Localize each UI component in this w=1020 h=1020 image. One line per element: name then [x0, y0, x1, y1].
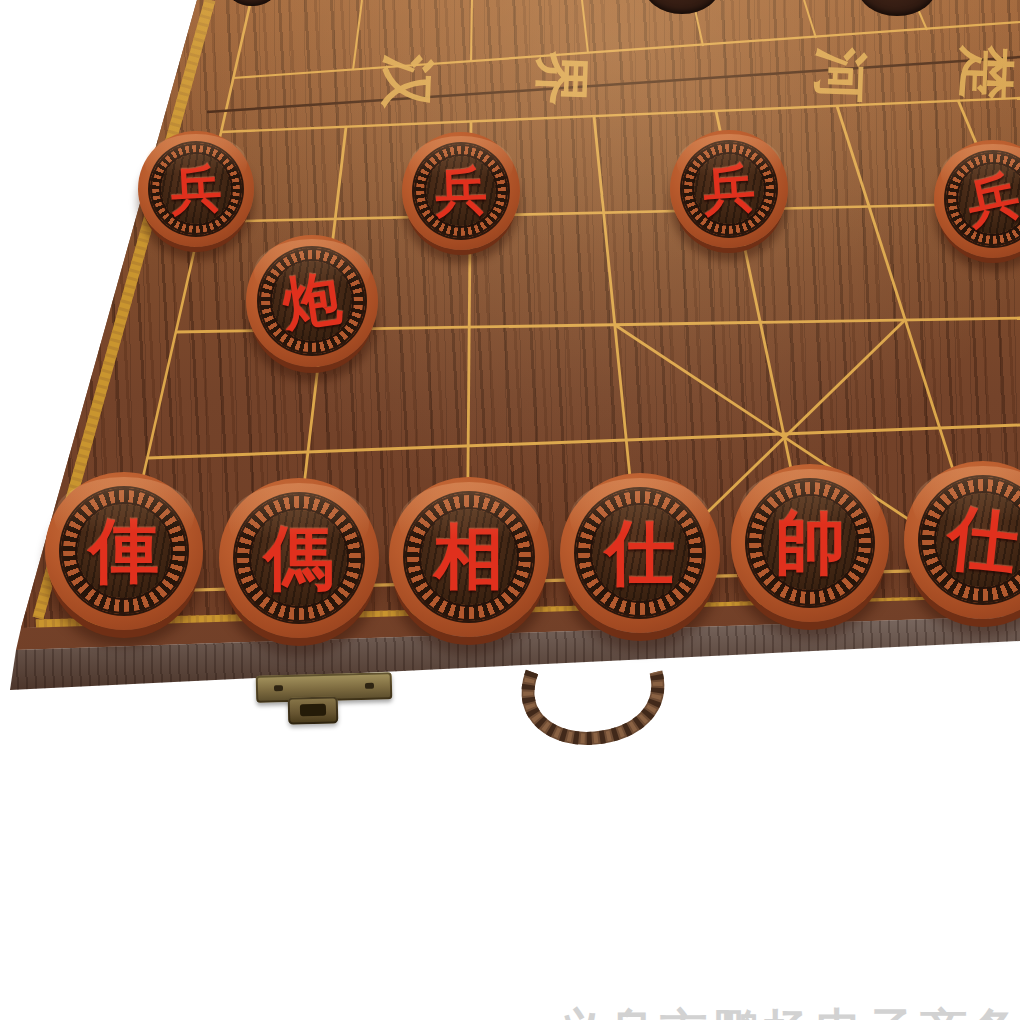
piece-cannon-f2[interactable]: 炮: [246, 235, 378, 367]
piece-advisor-f4[interactable]: 仕: [560, 473, 720, 633]
piece-elephant-f3[interactable]: 相: [389, 477, 549, 637]
piece-soldier-f5[interactable]: 兵: [670, 130, 788, 248]
piece-character: 仕: [560, 473, 720, 633]
piece-character: 炮: [237, 226, 386, 375]
piece-character: 兵: [135, 128, 257, 250]
piece-character: 帥: [731, 464, 889, 622]
piece-character: 兵: [666, 126, 792, 252]
watermark-text: 义乌市鹏扬电子商务: [556, 1000, 1020, 1020]
piece-character: 傌: [219, 478, 379, 638]
piece-character: 仕: [896, 453, 1020, 627]
piece-character: 俥: [45, 472, 203, 630]
piece-horse-f2[interactable]: 傌: [219, 478, 379, 638]
product-photo-stage: 汉 界 河 楚 俥傌相仕帥仕炮兵兵兵兵 义乌市鹏扬电子商务: [0, 0, 1020, 1020]
piece-advisor-f6[interactable]: 仕: [904, 461, 1020, 619]
piece-soldier-f3[interactable]: 兵: [402, 132, 520, 250]
piece-soldier-f7[interactable]: 兵: [934, 140, 1020, 258]
piece-character: 兵: [400, 130, 522, 252]
piece-character: 相: [389, 477, 549, 637]
piece-chariot-f1[interactable]: 俥: [45, 472, 203, 630]
piece-general-f5[interactable]: 帥: [731, 464, 889, 622]
piece-soldier-f1[interactable]: 兵: [138, 131, 254, 247]
